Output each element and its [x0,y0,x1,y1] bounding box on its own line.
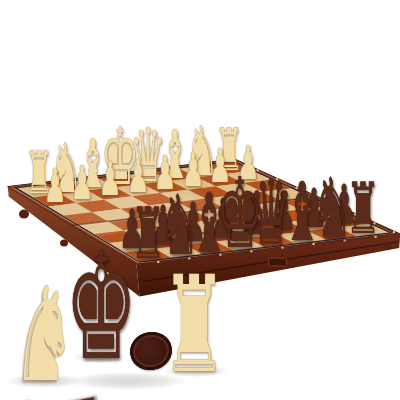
frame-coordinate-mark [375,236,377,238]
frame-coordinate-mark [315,196,317,198]
board-latch [269,258,287,266]
frame-coordinate-mark [157,261,159,263]
board-foot [60,240,68,247]
frame-coordinate-mark [276,178,278,180]
board-foot [19,210,29,219]
frame-coordinate-mark [296,187,298,189]
frame-coordinate-mark [374,222,376,224]
frame-coordinate-mark [281,247,283,249]
frame-coordinate-mark [257,169,259,171]
frame-coordinate-mark [354,213,356,215]
frame-coordinate-mark [312,243,314,245]
frame-coordinate-mark [250,250,252,252]
chess-board [0,0,400,400]
chess-product-photo: ♜♞♝♚♛♝♞♜♟♟♟♟♟♟♟♟♟♟♟♟♟♟♟♟♜♞♝♚♛♝♞♜ ♞♚♛♜ [0,0,400,400]
frame-coordinate-mark [335,205,337,207]
frame-coordinate-mark [219,254,221,256]
frame-coordinate-mark [393,231,395,233]
board-foot [384,243,392,249]
frame-coordinate-mark [344,239,346,241]
frame-coordinate-mark [188,257,190,259]
